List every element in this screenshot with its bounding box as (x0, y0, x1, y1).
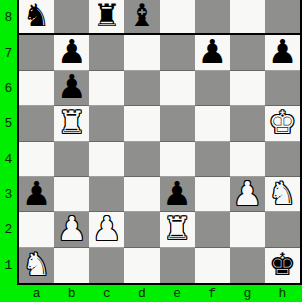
piece-black-pawn-a3[interactable]: ♟ (22, 177, 52, 210)
square-g2[interactable] (230, 212, 265, 247)
rank-label-2: 2 (0, 212, 17, 247)
square-b8[interactable] (54, 0, 89, 35)
rank-label-5: 5 (0, 106, 17, 141)
square-g8[interactable] (230, 0, 265, 35)
square-d1[interactable] (124, 248, 159, 283)
piece-white-rook-e2[interactable]: ♜ (163, 213, 191, 244)
square-d2[interactable] (124, 212, 159, 247)
square-h4[interactable] (265, 142, 300, 177)
piece-black-pawn-h7[interactable]: ♟ (268, 35, 298, 68)
board: ♞♜♝♟♟♟♟♜♚♟♟♟♞♟♟♜♞♚ (17, 0, 302, 285)
rank-label-3: 3 (0, 177, 17, 212)
square-a5[interactable] (19, 106, 54, 141)
piece-black-pawn-e3[interactable]: ♟ (162, 177, 192, 210)
square-e3[interactable]: ♟ (160, 177, 195, 212)
file-label-g: g (230, 285, 265, 302)
file-coordinate-strip: abcdefgh (0, 285, 302, 302)
square-g1[interactable] (230, 248, 265, 283)
square-b2[interactable]: ♟ (54, 212, 89, 247)
square-g5[interactable] (230, 106, 265, 141)
square-h6[interactable] (265, 71, 300, 106)
square-b3[interactable] (54, 177, 89, 212)
file-label-a: a (19, 285, 54, 302)
square-c5[interactable] (89, 106, 124, 141)
square-f7[interactable]: ♟ (195, 35, 230, 70)
square-a8[interactable]: ♞ (19, 0, 54, 35)
piece-white-pawn-b2[interactable]: ♟ (57, 212, 87, 245)
square-c1[interactable] (89, 248, 124, 283)
piece-white-rook-b5[interactable]: ♜ (58, 107, 86, 138)
square-c8[interactable]: ♜ (89, 0, 124, 35)
rank-label-6: 6 (0, 71, 17, 106)
square-b5[interactable]: ♜ (54, 106, 89, 141)
square-c2[interactable]: ♟ (89, 212, 124, 247)
square-c7[interactable] (89, 35, 124, 70)
square-d4[interactable] (124, 142, 159, 177)
piece-white-pawn-c2[interactable]: ♟ (92, 212, 122, 245)
square-b6[interactable]: ♟ (54, 71, 89, 106)
square-h5[interactable]: ♚ (265, 106, 300, 141)
file-label-b: b (54, 285, 89, 302)
square-a7[interactable] (19, 35, 54, 70)
square-c6[interactable] (89, 71, 124, 106)
square-a6[interactable] (19, 71, 54, 106)
square-b1[interactable] (54, 248, 89, 283)
square-g7[interactable] (230, 35, 265, 70)
square-e7[interactable] (160, 35, 195, 70)
square-g6[interactable] (230, 71, 265, 106)
file-label-f: f (195, 285, 230, 302)
piece-black-pawn-b6[interactable]: ♟ (57, 71, 87, 104)
square-f1[interactable] (195, 248, 230, 283)
chess-board-window: 87654321 ♞♜♝♟♟♟♟♜♚♟♟♟♞♟♟♜♞♚ abcdefgh (0, 0, 302, 302)
square-a2[interactable] (19, 212, 54, 247)
file-label-c: c (89, 285, 124, 302)
square-c4[interactable] (89, 142, 124, 177)
piece-black-knight-a8[interactable]: ♞ (23, 0, 51, 31)
square-e1[interactable] (160, 248, 195, 283)
file-label-h: h (265, 285, 300, 302)
square-c3[interactable] (89, 177, 124, 212)
rank-label-4: 4 (0, 142, 17, 177)
piece-white-knight-h3[interactable]: ♞ (269, 178, 297, 209)
square-f3[interactable] (195, 177, 230, 212)
rank-label-7: 7 (0, 35, 17, 70)
square-h7[interactable]: ♟ (265, 35, 300, 70)
file-label-e: e (160, 285, 195, 302)
square-d6[interactable] (124, 71, 159, 106)
square-e5[interactable] (160, 106, 195, 141)
piece-white-king-h5[interactable]: ♚ (269, 107, 297, 138)
square-a4[interactable] (19, 142, 54, 177)
square-h3[interactable]: ♞ (265, 177, 300, 212)
rank-label-1: 1 (0, 248, 17, 283)
square-e6[interactable] (160, 71, 195, 106)
square-d8[interactable]: ♝ (124, 0, 159, 35)
piece-black-bishop-d8[interactable]: ♝ (128, 0, 156, 31)
square-f4[interactable] (195, 142, 230, 177)
square-b7[interactable]: ♟ (54, 35, 89, 70)
rank-coordinate-strip: 87654321 (0, 0, 17, 283)
square-h8[interactable] (265, 0, 300, 35)
square-d5[interactable] (124, 106, 159, 141)
square-g3[interactable]: ♟ (230, 177, 265, 212)
piece-black-pawn-f7[interactable]: ♟ (197, 35, 227, 68)
square-f2[interactable] (195, 212, 230, 247)
square-f5[interactable] (195, 106, 230, 141)
piece-black-king-h1[interactable]: ♚ (269, 249, 297, 280)
square-a1[interactable]: ♞ (19, 248, 54, 283)
square-g4[interactable] (230, 142, 265, 177)
square-h2[interactable] (265, 212, 300, 247)
square-e2[interactable]: ♜ (160, 212, 195, 247)
square-d3[interactable] (124, 177, 159, 212)
piece-white-knight-a1[interactable]: ♞ (23, 249, 51, 280)
square-a3[interactable]: ♟ (19, 177, 54, 212)
square-h1[interactable]: ♚ (265, 248, 300, 283)
square-b4[interactable] (54, 142, 89, 177)
piece-black-rook-c8[interactable]: ♜ (93, 0, 121, 31)
square-f6[interactable] (195, 71, 230, 106)
square-e8[interactable] (160, 0, 195, 35)
file-label-d: d (124, 285, 159, 302)
piece-black-pawn-b7[interactable]: ♟ (57, 35, 87, 68)
square-e4[interactable] (160, 142, 195, 177)
square-d7[interactable] (124, 35, 159, 70)
rank-label-8: 8 (0, 0, 17, 35)
square-f8[interactable] (195, 0, 230, 35)
piece-white-pawn-g3[interactable]: ♟ (233, 177, 263, 210)
